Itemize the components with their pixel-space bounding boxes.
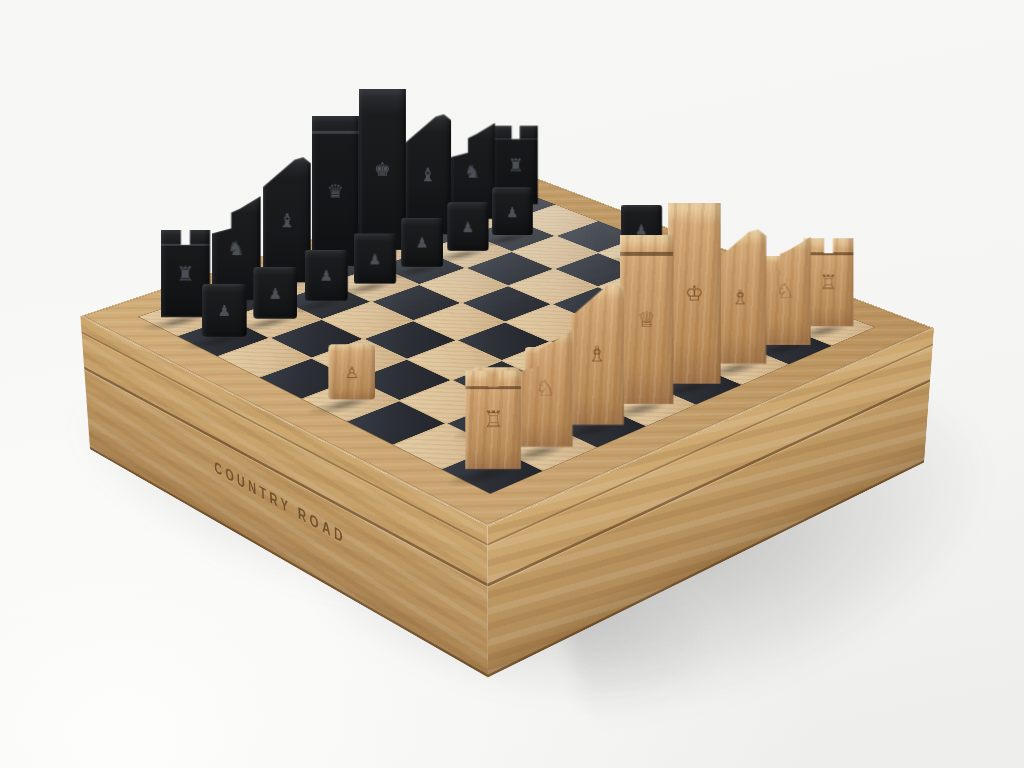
brand-engraving: COUNTRY ROAD [193, 446, 371, 562]
knight-glyph: ♞ [227, 238, 245, 258]
pawn-glyph: ♟ [320, 268, 333, 283]
piece-block: ♝ [262, 157, 310, 283]
piece-block: ♟ [202, 284, 247, 337]
queen-glyph: ♕ [636, 309, 655, 330]
rook-glyph: ♖ [819, 272, 837, 292]
king-glyph: ♚ [373, 160, 390, 179]
scene: COUNTRY ROAD ♜♞♝♛♚♝♞♜♟♟♟♟♟♟♟♟♙♙♙♙♙♙♙♙♖♘♗… [0, 0, 1024, 768]
piece-block: ♗ [569, 284, 623, 426]
product-photo-stage: COUNTRY ROAD ♜♞♝♛♚♝♞♜♟♟♟♟♟♟♟♟♙♙♙♙♙♙♙♙♖♘♗… [0, 0, 1024, 768]
knight-glyph: ♘ [535, 377, 555, 399]
pawn-glyph: ♙ [344, 364, 358, 380]
knight-glyph: ♘ [775, 281, 793, 301]
piece-block: ♟ [492, 187, 533, 235]
piece-block: ♙ [328, 344, 375, 399]
pawn-glyph: ♟ [462, 220, 475, 234]
pawn-glyph: ♟ [217, 303, 231, 318]
pawn-glyph: ♟ [506, 205, 518, 219]
rook-glyph: ♜ [507, 156, 523, 174]
king-glyph: ♔ [684, 283, 703, 304]
bishop-glyph: ♝ [419, 165, 436, 183]
piece-block: ♔ [667, 203, 720, 384]
pawn-glyph: ♟ [368, 252, 381, 267]
rook-glyph: ♖ [482, 408, 502, 431]
piece-block: ♟ [401, 218, 443, 268]
bishop-glyph: ♗ [730, 286, 749, 307]
bishop-glyph: ♗ [587, 343, 607, 365]
piece-block: ♘ [759, 237, 810, 345]
queen-glyph: ♛ [326, 181, 343, 200]
piece-block: ♚ [358, 89, 405, 250]
pawn-glyph: ♟ [269, 285, 282, 300]
piece-block: ♛ [311, 116, 359, 266]
piece-block: ♟ [305, 250, 348, 301]
pawn-glyph: ♟ [416, 235, 429, 249]
piece-block: ♕ [619, 235, 673, 404]
bishop-glyph: ♝ [278, 210, 295, 229]
piece-block: ♟ [254, 267, 298, 319]
piece-block: ♗ [714, 229, 766, 364]
piece-block: ♟ [447, 202, 488, 251]
knight-glyph: ♞ [464, 162, 480, 180]
rook-glyph: ♜ [176, 264, 194, 284]
piece-block: ♝ [404, 114, 450, 234]
piece-block: ♟ [354, 234, 397, 284]
